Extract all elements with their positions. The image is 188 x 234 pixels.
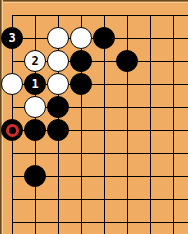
intersection-c3r1[interactable]	[47, 4, 70, 27]
black-stone[interactable]	[1, 119, 23, 141]
intersection-c7r5[interactable]	[139, 96, 162, 119]
intersection-c5r9[interactable]	[93, 188, 116, 211]
gridline-right-extension	[184, 15, 188, 223]
intersection-c3r8[interactable]	[47, 165, 70, 188]
intersection-c1r1[interactable]	[1, 4, 24, 27]
intersection-c3r7[interactable]	[47, 142, 70, 165]
white-stone[interactable]: 2	[24, 50, 46, 72]
intersection-c5r2[interactable]	[93, 27, 116, 50]
board-grid: 321	[1, 4, 185, 234]
intersection-c1r9[interactable]	[1, 188, 24, 211]
intersection-c1r8[interactable]	[1, 165, 24, 188]
intersection-c1r3[interactable]	[1, 50, 24, 73]
intersection-c6r9[interactable]	[116, 188, 139, 211]
intersection-c4r9[interactable]	[70, 188, 93, 211]
intersection-c2r2[interactable]	[24, 27, 47, 50]
white-stone[interactable]	[47, 73, 69, 95]
intersection-c3r5[interactable]	[47, 96, 70, 119]
intersection-c4r5[interactable]	[70, 96, 93, 119]
circle-marker-icon	[6, 124, 19, 137]
intersection-c2r7[interactable]	[24, 142, 47, 165]
intersection-c7r8[interactable]	[139, 165, 162, 188]
intersection-c4r2[interactable]	[70, 27, 93, 50]
intersection-c1r5[interactable]	[1, 96, 24, 119]
black-stone[interactable]: 3	[1, 27, 23, 49]
intersection-c7r4[interactable]	[139, 73, 162, 96]
go-board: 321	[0, 0, 188, 234]
intersection-c6r8[interactable]	[116, 165, 139, 188]
intersection-c8r4[interactable]	[162, 73, 185, 96]
intersection-c5r5[interactable]	[93, 96, 116, 119]
intersection-c7r10[interactable]	[139, 211, 162, 234]
intersection-c5r6[interactable]	[93, 119, 116, 142]
intersection-c5r8[interactable]	[93, 165, 116, 188]
intersection-c8r1[interactable]	[162, 4, 185, 27]
intersection-c2r10[interactable]	[24, 211, 47, 234]
intersection-c6r10[interactable]	[116, 211, 139, 234]
move-number-label: 1	[31, 78, 38, 90]
intersection-c4r1[interactable]	[70, 4, 93, 27]
intersection-c8r6[interactable]	[162, 119, 185, 142]
intersection-c1r2[interactable]: 3	[1, 27, 24, 50]
intersection-c1r6[interactable]	[1, 119, 24, 142]
intersection-c2r4[interactable]: 1	[24, 73, 47, 96]
intersection-c4r10[interactable]	[70, 211, 93, 234]
intersection-c6r6[interactable]	[116, 119, 139, 142]
intersection-c2r6[interactable]	[24, 119, 47, 142]
intersection-c8r5[interactable]	[162, 96, 185, 119]
intersection-c1r10[interactable]	[1, 211, 24, 234]
intersection-c2r5[interactable]	[24, 96, 47, 119]
white-stone[interactable]	[24, 96, 46, 118]
intersection-c2r9[interactable]	[24, 188, 47, 211]
intersection-c6r4[interactable]	[116, 73, 139, 96]
intersection-c7r6[interactable]	[139, 119, 162, 142]
intersection-c3r3[interactable]	[47, 50, 70, 73]
intersection-c3r10[interactable]	[47, 211, 70, 234]
intersection-c3r2[interactable]	[47, 27, 70, 50]
intersection-c7r9[interactable]	[139, 188, 162, 211]
black-stone[interactable]	[116, 50, 138, 72]
intersection-c7r3[interactable]	[139, 50, 162, 73]
intersection-c7r2[interactable]	[139, 27, 162, 50]
intersection-c5r10[interactable]	[93, 211, 116, 234]
white-stone[interactable]	[47, 27, 69, 49]
black-stone[interactable]	[47, 96, 69, 118]
intersection-c4r4[interactable]	[70, 73, 93, 96]
intersection-c6r7[interactable]	[116, 142, 139, 165]
move-number-label: 2	[31, 55, 38, 67]
intersection-c7r1[interactable]	[139, 4, 162, 27]
black-stone[interactable]	[24, 119, 46, 141]
black-stone[interactable]	[24, 165, 46, 187]
black-stone[interactable]: 1	[24, 73, 46, 95]
black-stone[interactable]	[47, 119, 69, 141]
intersection-c3r4[interactable]	[47, 73, 70, 96]
black-stone[interactable]	[70, 50, 92, 72]
intersection-c6r5[interactable]	[116, 96, 139, 119]
intersection-c7r7[interactable]	[139, 142, 162, 165]
intersection-c2r1[interactable]	[24, 4, 47, 27]
intersection-c5r3[interactable]	[93, 50, 116, 73]
intersection-c1r7[interactable]	[1, 142, 24, 165]
black-stone[interactable]	[93, 27, 115, 49]
intersection-c2r3[interactable]: 2	[24, 50, 47, 73]
intersection-c6r2[interactable]	[116, 27, 139, 50]
intersection-c4r3[interactable]	[70, 50, 93, 73]
intersection-c5r4[interactable]	[93, 73, 116, 96]
intersection-c4r6[interactable]	[70, 119, 93, 142]
white-stone[interactable]	[47, 50, 69, 72]
intersection-c4r8[interactable]	[70, 165, 93, 188]
white-stone[interactable]	[1, 73, 23, 95]
intersection-c8r10[interactable]	[162, 211, 185, 234]
intersection-c8r3[interactable]	[162, 50, 185, 73]
intersection-c8r7[interactable]	[162, 142, 185, 165]
intersection-c8r8[interactable]	[162, 165, 185, 188]
intersection-c3r9[interactable]	[47, 188, 70, 211]
intersection-c5r1[interactable]	[93, 4, 116, 27]
intersection-c3r6[interactable]	[47, 119, 70, 142]
intersection-c4r7[interactable]	[70, 142, 93, 165]
intersection-c2r8[interactable]	[24, 165, 47, 188]
intersection-c5r7[interactable]	[93, 142, 116, 165]
black-stone[interactable]	[70, 73, 92, 95]
intersection-c8r9[interactable]	[162, 188, 185, 211]
move-number-label: 3	[8, 32, 15, 44]
intersection-c1r4[interactable]	[1, 73, 24, 96]
intersection-c8r2[interactable]	[162, 27, 185, 50]
white-stone[interactable]	[70, 27, 92, 49]
intersection-c6r3[interactable]	[116, 50, 139, 73]
intersection-c6r1[interactable]	[116, 4, 139, 27]
